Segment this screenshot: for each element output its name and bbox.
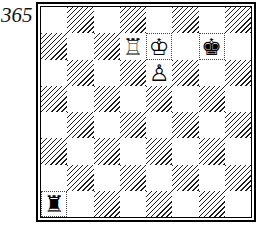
square-c2 xyxy=(94,165,120,191)
square-f4 xyxy=(172,112,198,138)
square-b3 xyxy=(67,138,93,164)
square-c1 xyxy=(94,191,120,217)
square-b4 xyxy=(67,112,93,138)
square-e5 xyxy=(146,86,172,112)
square-g8 xyxy=(199,7,225,33)
square-h2 xyxy=(225,165,251,191)
square-c8 xyxy=(94,7,120,33)
square-g5 xyxy=(199,86,225,112)
square-h6 xyxy=(225,60,251,86)
square-h3 xyxy=(225,138,251,164)
square-a8 xyxy=(41,7,67,33)
square-a5 xyxy=(41,86,67,112)
square-a2 xyxy=(41,165,67,191)
square-a4 xyxy=(41,112,67,138)
square-c7 xyxy=(94,33,120,59)
square-f2 xyxy=(172,165,198,191)
square-f7 xyxy=(172,33,198,59)
square-a7 xyxy=(41,33,67,59)
square-h1 xyxy=(225,191,251,217)
square-b1 xyxy=(67,191,93,217)
square-g4 xyxy=(199,112,225,138)
square-f1 xyxy=(172,191,198,217)
square-g6 xyxy=(199,60,225,86)
square-h4 xyxy=(225,112,251,138)
square-d6 xyxy=(120,60,146,86)
square-d7: ♖ xyxy=(120,33,146,59)
square-e6: ♙ xyxy=(146,60,172,86)
white-pawn-piece: ♙ xyxy=(149,62,170,85)
square-a6 xyxy=(41,60,67,86)
square-c4 xyxy=(94,112,120,138)
square-e3 xyxy=(146,138,172,164)
square-d3 xyxy=(120,138,146,164)
square-e4 xyxy=(146,112,172,138)
square-b2 xyxy=(67,165,93,191)
square-b5 xyxy=(67,86,93,112)
square-h8 xyxy=(225,7,251,33)
square-c3 xyxy=(94,138,120,164)
square-g3 xyxy=(199,138,225,164)
square-d2 xyxy=(120,165,146,191)
black-rook-piece: ♜ xyxy=(44,193,65,216)
square-f3 xyxy=(172,138,198,164)
square-b8 xyxy=(67,7,93,33)
square-g7: ♚ xyxy=(199,33,225,59)
white-king-piece: ♔ xyxy=(149,35,170,58)
square-b7 xyxy=(67,33,93,59)
square-c5 xyxy=(94,86,120,112)
square-f6 xyxy=(172,60,198,86)
white-rook-piece: ♖ xyxy=(123,35,144,58)
square-g1 xyxy=(199,191,225,217)
chess-diagram-page: 365 ♖♔♚♙♜ xyxy=(0,0,261,226)
chess-board: ♖♔♚♙♜ xyxy=(40,6,252,218)
square-f5 xyxy=(172,86,198,112)
square-h5 xyxy=(225,86,251,112)
square-e7: ♔ xyxy=(146,33,172,59)
square-h7 xyxy=(225,33,251,59)
square-d1 xyxy=(120,191,146,217)
square-c6 xyxy=(94,60,120,86)
square-d5 xyxy=(120,86,146,112)
square-a1: ♜ xyxy=(41,191,67,217)
square-b6 xyxy=(67,60,93,86)
square-d4 xyxy=(120,112,146,138)
chess-board-frame: ♖♔♚♙♜ xyxy=(36,2,256,222)
square-e2 xyxy=(146,165,172,191)
diagram-number: 365 xyxy=(1,5,33,26)
square-e1 xyxy=(146,191,172,217)
square-g2 xyxy=(199,165,225,191)
black-king-piece: ♚ xyxy=(201,35,222,58)
square-d8 xyxy=(120,7,146,33)
square-f8 xyxy=(172,7,198,33)
square-a3 xyxy=(41,138,67,164)
square-e8 xyxy=(146,7,172,33)
